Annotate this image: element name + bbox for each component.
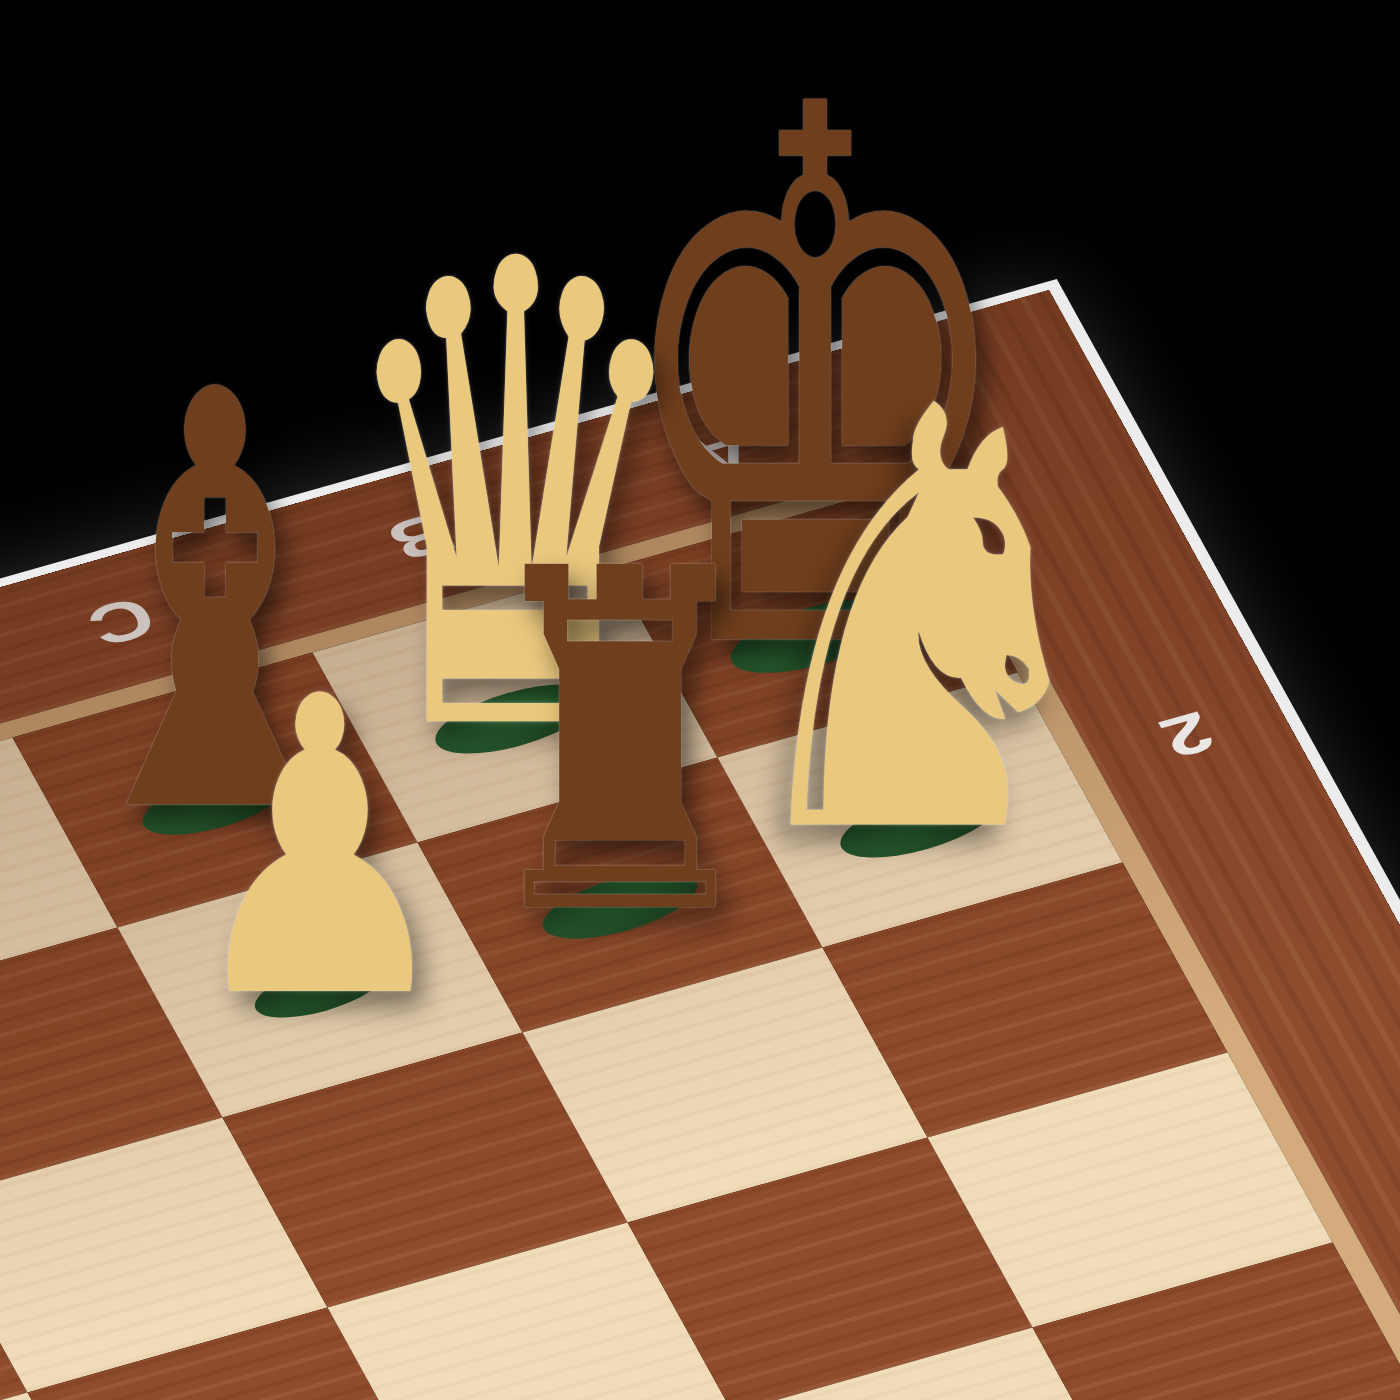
photo-scene: ABC 2 ♚♛♝♞♜♟ bbox=[0, 0, 1400, 1400]
piece-white-pawn[interactable]: ♟ bbox=[182, 644, 458, 1054]
pieces-layer: ♚♛♝♞♜♟ bbox=[0, 0, 1400, 1400]
piece-black-rook[interactable]: ♜ bbox=[468, 510, 771, 980]
piece-white-knight[interactable]: ♞ bbox=[717, 334, 1123, 914]
